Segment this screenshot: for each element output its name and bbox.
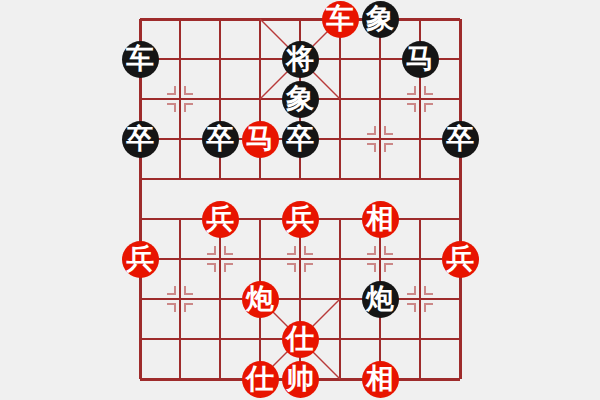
- piece-black-soldier[interactable]: 卒: [202, 121, 239, 158]
- piece-red-advisor[interactable]: 仕: [242, 361, 279, 398]
- piece-black-elephant[interactable]: 象: [282, 81, 319, 118]
- piece-black-chariot[interactable]: 车: [122, 41, 159, 78]
- piece-red-cannon[interactable]: 炮: [242, 281, 279, 318]
- piece-black-cannon[interactable]: 炮: [362, 281, 399, 318]
- piece-red-elephant[interactable]: 相: [362, 201, 399, 238]
- piece-red-soldier[interactable]: 兵: [282, 201, 319, 238]
- piece-red-soldier[interactable]: 兵: [442, 241, 479, 278]
- piece-black-soldier[interactable]: 卒: [442, 121, 479, 158]
- piece-red-soldier[interactable]: 兵: [122, 241, 159, 278]
- piece-black-general[interactable]: 将: [282, 41, 319, 78]
- piece-red-advisor[interactable]: 仕: [282, 321, 319, 358]
- pieces-layer: 车象车将马象卒卒马卒卒兵兵相兵兵炮炮仕仕帅相: [120, 0, 480, 399]
- piece-red-horse[interactable]: 马: [242, 121, 279, 158]
- piece-black-horse[interactable]: 马: [402, 41, 439, 78]
- piece-red-chariot[interactable]: 车: [322, 1, 359, 38]
- piece-black-elephant[interactable]: 象: [362, 1, 399, 38]
- piece-red-general[interactable]: 帅: [282, 361, 319, 398]
- piece-red-elephant[interactable]: 相: [362, 361, 399, 398]
- piece-red-soldier[interactable]: 兵: [202, 201, 239, 238]
- piece-black-soldier[interactable]: 卒: [122, 121, 159, 158]
- xiangqi-board: 车象车将马象卒卒马卒卒兵兵相兵兵炮炮仕仕帅相: [0, 0, 600, 400]
- piece-black-soldier[interactable]: 卒: [282, 121, 319, 158]
